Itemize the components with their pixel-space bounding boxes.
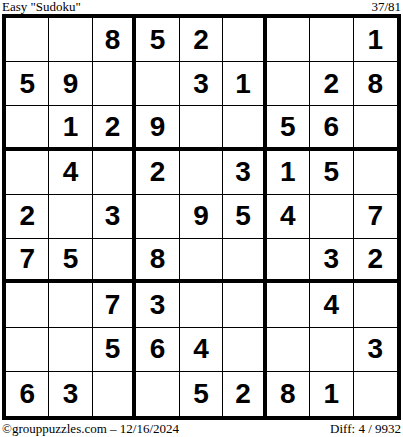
sudoku-page: Easy "Sudoku" 37/81 85215931281295642315… [0,0,403,437]
cell-r8c1[interactable] [6,328,49,372]
cell-r9c6[interactable]: 2 [223,372,266,416]
cell-r4c8[interactable]: 5 [310,151,353,195]
cell-r2c1[interactable]: 5 [6,62,49,106]
cell-r6c3[interactable] [93,239,136,283]
cell-r4c2[interactable]: 4 [49,151,92,195]
cell-r2c7[interactable] [267,62,310,106]
cell-r8c4[interactable]: 6 [136,328,179,372]
cell-r6c5[interactable] [180,239,223,283]
cell-r7c3[interactable]: 7 [93,283,136,327]
cell-r2c5[interactable]: 3 [180,62,223,106]
cell-r5c4[interactable] [136,195,179,239]
cell-r3c3[interactable]: 2 [93,106,136,150]
cell-r4c1[interactable] [6,151,49,195]
cell-r9c7[interactable]: 8 [267,372,310,416]
difficulty-text: Diff: 4 / 9932 [330,421,401,436]
cell-r7c6[interactable] [223,283,266,327]
cell-r6c8[interactable]: 3 [310,239,353,283]
cell-r5c9[interactable]: 7 [354,195,397,239]
cell-r3c1[interactable] [6,106,49,150]
cell-r4c6[interactable]: 3 [223,151,266,195]
cell-r4c7[interactable]: 1 [267,151,310,195]
cell-r1c1[interactable] [6,18,49,62]
cell-r1c2[interactable] [49,18,92,62]
clue-counter: 37/81 [371,0,401,13]
cell-r6c4[interactable]: 8 [136,239,179,283]
cell-r7c1[interactable] [6,283,49,327]
cell-r9c1[interactable]: 6 [6,372,49,416]
cell-r1c4[interactable]: 5 [136,18,179,62]
cell-r7c7[interactable] [267,283,310,327]
cell-r9c3[interactable] [93,372,136,416]
cell-r4c4[interactable]: 2 [136,151,179,195]
cell-r2c4[interactable] [136,62,179,106]
cell-r8c5[interactable]: 4 [180,328,223,372]
cell-r7c8[interactable]: 4 [310,283,353,327]
puzzle-title: Easy "Sudoku" [2,0,81,13]
cell-r9c2[interactable]: 3 [49,372,92,416]
cell-r8c2[interactable] [49,328,92,372]
cell-r2c9[interactable]: 8 [354,62,397,106]
cell-r3c6[interactable] [223,106,266,150]
cell-r9c4[interactable] [136,372,179,416]
cell-r1c8[interactable] [310,18,353,62]
cell-r3c5[interactable] [180,106,223,150]
cell-r3c9[interactable] [354,106,397,150]
cell-r7c5[interactable] [180,283,223,327]
cell-r7c2[interactable] [49,283,92,327]
cell-r7c4[interactable]: 3 [136,283,179,327]
cell-r4c9[interactable] [354,151,397,195]
cell-r7c9[interactable] [354,283,397,327]
cell-r3c7[interactable]: 5 [267,106,310,150]
cell-r9c9[interactable] [354,372,397,416]
cell-r4c5[interactable] [180,151,223,195]
cell-r5c6[interactable]: 5 [223,195,266,239]
cell-r8c6[interactable] [223,328,266,372]
footer: ©grouppuzzles.com – 12/16/2024 Diff: 4 /… [2,421,401,436]
cell-r1c7[interactable] [267,18,310,62]
cell-r6c7[interactable] [267,239,310,283]
cell-r3c8[interactable]: 6 [310,106,353,150]
copyright-text: ©grouppuzzles.com – 12/16/2024 [2,421,179,436]
cell-r5c5[interactable]: 9 [180,195,223,239]
cell-r3c2[interactable]: 1 [49,106,92,150]
cell-r5c2[interactable] [49,195,92,239]
header: Easy "Sudoku" 37/81 [2,0,401,13]
cell-r8c7[interactable] [267,328,310,372]
cell-r2c2[interactable]: 9 [49,62,92,106]
cell-r6c2[interactable]: 5 [49,239,92,283]
cell-r6c9[interactable]: 2 [354,239,397,283]
cell-r1c3[interactable]: 8 [93,18,136,62]
cell-r9c8[interactable]: 1 [310,372,353,416]
cell-r1c6[interactable] [223,18,266,62]
cell-r6c6[interactable] [223,239,266,283]
cell-r2c8[interactable]: 2 [310,62,353,106]
cell-r9c5[interactable]: 5 [180,372,223,416]
cell-r8c8[interactable] [310,328,353,372]
cell-r4c3[interactable] [93,151,136,195]
cell-r8c9[interactable]: 3 [354,328,397,372]
cell-r1c5[interactable]: 2 [180,18,223,62]
cell-r3c4[interactable]: 9 [136,106,179,150]
cell-r5c1[interactable]: 2 [6,195,49,239]
cell-r1c9[interactable]: 1 [354,18,397,62]
cell-r2c3[interactable] [93,62,136,106]
cell-r5c3[interactable]: 3 [93,195,136,239]
sudoku-board: 8521593128129564231523954775832734564363… [2,14,401,420]
cell-r6c1[interactable]: 7 [6,239,49,283]
cell-r5c8[interactable] [310,195,353,239]
cell-r8c3[interactable]: 5 [93,328,136,372]
cell-r2c6[interactable]: 1 [223,62,266,106]
cell-r5c7[interactable]: 4 [267,195,310,239]
